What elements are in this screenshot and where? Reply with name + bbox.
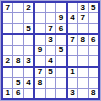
cell-r5c6[interactable]: 5 xyxy=(56,46,65,55)
cell-r9c5[interactable] xyxy=(46,89,55,98)
cell-r3c8[interactable] xyxy=(78,24,87,33)
cell-r7c2[interactable] xyxy=(13,68,22,77)
sudoku-box-0-2: 3547 xyxy=(68,3,98,33)
cell-r1c8[interactable]: 3 xyxy=(78,3,87,12)
cell-r4c7[interactable]: 7 xyxy=(68,35,77,44)
cell-r2c1[interactable] xyxy=(3,13,12,22)
cell-r3c9[interactable] xyxy=(89,24,98,33)
cell-r4c4[interactable] xyxy=(35,35,44,44)
cell-r3c7[interactable] xyxy=(68,24,77,33)
cell-r2c9[interactable] xyxy=(89,13,98,22)
cell-r6c4[interactable] xyxy=(35,56,44,65)
cell-r7c7[interactable]: 1 xyxy=(68,68,77,77)
cell-r4c8[interactable]: 8 xyxy=(78,35,87,44)
cell-r4c5[interactable]: 3 xyxy=(46,35,55,44)
cell-r3c3[interactable]: 5 xyxy=(24,24,33,33)
cell-r1c3[interactable]: 2 xyxy=(24,3,33,12)
cell-r9c7[interactable]: 3 xyxy=(68,89,77,98)
sudoku-box-1-2: 786 xyxy=(68,35,98,65)
cell-r2c5[interactable] xyxy=(46,13,55,22)
cell-r1c4[interactable] xyxy=(35,3,44,12)
cell-r4c3[interactable] xyxy=(24,35,33,44)
cell-r3c5[interactable]: 7 xyxy=(46,24,55,33)
cell-r5c2[interactable] xyxy=(13,46,22,55)
cell-r8c6[interactable] xyxy=(56,78,65,87)
cell-r7c9[interactable] xyxy=(89,68,98,77)
cell-r9c2[interactable]: 6 xyxy=(13,89,22,98)
cell-r9c4[interactable] xyxy=(35,89,44,98)
cell-r7c5[interactable]: 5 xyxy=(46,68,55,77)
sudoku-box-0-1: 976 xyxy=(35,3,65,33)
cell-r1c7[interactable] xyxy=(68,3,77,12)
cell-r6c1[interactable]: 2 xyxy=(3,56,12,65)
cell-r7c8[interactable] xyxy=(78,68,87,77)
cell-r7c6[interactable] xyxy=(56,68,65,77)
cell-r5c4[interactable]: 9 xyxy=(35,46,44,55)
cell-r1c5[interactable] xyxy=(46,3,55,12)
cell-r7c4[interactable]: 7 xyxy=(35,68,44,77)
cell-r5c7[interactable] xyxy=(68,46,77,55)
cell-r6c6[interactable] xyxy=(56,56,65,65)
sudoku-box-2-2: 138 xyxy=(68,68,98,98)
cell-r8c1[interactable] xyxy=(3,78,12,87)
sudoku-box-0-0: 725 xyxy=(3,3,33,33)
cell-r4c6[interactable] xyxy=(56,35,65,44)
cell-r6c7[interactable] xyxy=(68,56,77,65)
cell-r3c1[interactable] xyxy=(3,24,12,33)
cell-r5c9[interactable] xyxy=(89,46,98,55)
cell-r9c9[interactable]: 8 xyxy=(89,89,98,98)
cell-r8c8[interactable] xyxy=(78,78,87,87)
cell-r2c4[interactable] xyxy=(35,13,44,22)
sudoku-board: 725976354728339547865416758138 xyxy=(1,1,100,100)
cell-r1c1[interactable]: 7 xyxy=(3,3,12,12)
cell-r4c1[interactable] xyxy=(3,35,12,44)
cell-r3c2[interactable] xyxy=(13,24,22,33)
cell-r6c2[interactable]: 8 xyxy=(13,56,22,65)
sudoku-box-1-1: 3954 xyxy=(35,35,65,65)
cell-r8c7[interactable] xyxy=(68,78,77,87)
cell-r8c4[interactable]: 8 xyxy=(35,78,44,87)
cell-r2c7[interactable]: 4 xyxy=(68,13,77,22)
cell-r7c3[interactable] xyxy=(24,68,33,77)
cell-r2c8[interactable]: 7 xyxy=(78,13,87,22)
cell-r8c3[interactable]: 4 xyxy=(24,78,33,87)
sudoku-box-1-0: 283 xyxy=(3,35,33,65)
cell-r7c1[interactable] xyxy=(3,68,12,77)
cell-r2c6[interactable]: 9 xyxy=(56,13,65,22)
cell-r2c2[interactable] xyxy=(13,13,22,22)
cell-r5c3[interactable] xyxy=(24,46,33,55)
cell-r6c8[interactable] xyxy=(78,56,87,65)
cell-r3c4[interactable] xyxy=(35,24,44,33)
cell-r9c8[interactable] xyxy=(78,89,87,98)
cell-r6c9[interactable] xyxy=(89,56,98,65)
cell-r1c6[interactable] xyxy=(56,3,65,12)
cell-r2c3[interactable] xyxy=(24,13,33,22)
cell-r9c6[interactable] xyxy=(56,89,65,98)
cell-r6c5[interactable]: 4 xyxy=(46,56,55,65)
cell-r8c2[interactable]: 5 xyxy=(13,78,22,87)
cell-r4c2[interactable] xyxy=(13,35,22,44)
cell-r9c3[interactable] xyxy=(24,89,33,98)
cell-r5c5[interactable] xyxy=(46,46,55,55)
cell-r8c5[interactable] xyxy=(46,78,55,87)
sudoku-box-2-1: 758 xyxy=(35,68,65,98)
cell-r1c9[interactable]: 5 xyxy=(89,3,98,12)
cell-r1c2[interactable] xyxy=(13,3,22,12)
sudoku-box-2-0: 5416 xyxy=(3,68,33,98)
cell-r8c9[interactable] xyxy=(89,78,98,87)
cell-r4c9[interactable]: 6 xyxy=(89,35,98,44)
cell-r9c1[interactable]: 1 xyxy=(3,89,12,98)
cell-r5c1[interactable] xyxy=(3,46,12,55)
cell-r3c6[interactable]: 6 xyxy=(56,24,65,33)
cell-r6c3[interactable]: 3 xyxy=(24,56,33,65)
cell-r5c8[interactable] xyxy=(78,46,87,55)
